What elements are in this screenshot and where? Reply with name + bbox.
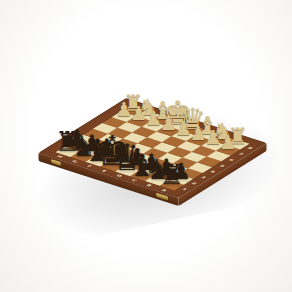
brass-hinge [51,159,61,166]
chess-set-photo: ABCDEFGH 12345678 ♜♞♝♛♚♝♞♜♟♟♟♟♟♟♟♟♟♟♟♟♟♟… [0,0,292,292]
